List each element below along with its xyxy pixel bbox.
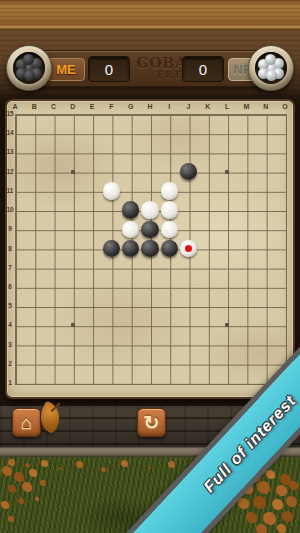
col-label: H xyxy=(144,103,156,111)
row-label: 4 xyxy=(6,321,14,329)
star-point xyxy=(71,323,75,327)
player-me-label: ME xyxy=(56,62,76,77)
row-label: 10 xyxy=(6,206,14,214)
stone-black-H8 xyxy=(141,240,159,258)
row-label: 6 xyxy=(6,283,14,291)
row-label: 7 xyxy=(6,264,14,272)
star-point xyxy=(71,170,75,174)
gobang-board[interactable]: ABCDEFGHIJKLMNO151413121110987654321 xyxy=(5,99,295,399)
col-label: D xyxy=(67,103,79,111)
white-stone-bowl xyxy=(248,45,294,91)
col-label: N xyxy=(260,103,272,111)
stone-black-H9 xyxy=(141,221,159,239)
stone-white-H10 xyxy=(141,201,159,219)
scoreboard: ME 0 GOBANG FREE 0 NPC xyxy=(24,50,276,87)
col-label: I xyxy=(163,103,175,111)
row-label: 11 xyxy=(6,187,14,195)
black-stone-bowl xyxy=(6,45,52,91)
bowl-inner xyxy=(13,52,45,84)
col-label: O xyxy=(279,103,291,111)
leaves-strip xyxy=(8,459,15,466)
col-label: E xyxy=(86,103,98,111)
home-icon: ⌂ xyxy=(21,413,32,432)
white-bowl-stone xyxy=(266,70,277,81)
leaves-cluster-left xyxy=(2,466,12,476)
bowl-inner xyxy=(255,52,287,84)
npc-score-value: 0 xyxy=(199,61,207,78)
player-me-score: 0 xyxy=(88,56,130,82)
row-label: 3 xyxy=(6,341,14,349)
me-score-value: 0 xyxy=(105,61,113,78)
star-point xyxy=(225,170,229,174)
row-label: 2 xyxy=(6,360,14,368)
row-label: 14 xyxy=(6,129,14,137)
white-bowl-stone xyxy=(265,54,276,65)
stone-white-I9 xyxy=(161,221,179,239)
col-label: L xyxy=(221,103,233,111)
row-label: 13 xyxy=(6,148,14,156)
home-button[interactable]: ⌂ xyxy=(12,408,41,437)
col-label: B xyxy=(28,103,40,111)
black-bowl-stone xyxy=(24,70,35,81)
refresh-icon: ↻ xyxy=(144,413,160,432)
player-me-plate: ME xyxy=(47,58,85,81)
row-label: 9 xyxy=(6,225,14,233)
star-point xyxy=(225,323,229,327)
row-label: 8 xyxy=(6,245,14,253)
row-label: 15 xyxy=(6,110,14,118)
stone-white-F11 xyxy=(103,182,121,200)
stone-white-I11 xyxy=(161,182,179,200)
player-npc-score: 0 xyxy=(182,56,224,82)
row-label: 12 xyxy=(6,168,14,176)
col-label: C xyxy=(48,103,60,111)
col-label: J xyxy=(183,103,195,111)
top-wood-plank xyxy=(0,0,300,30)
col-label: F xyxy=(105,103,117,111)
col-label: G xyxy=(125,103,137,111)
stone-white-I10 xyxy=(161,201,179,219)
last-move-marker xyxy=(185,245,192,252)
restart-button[interactable]: ↻ xyxy=(137,408,166,437)
row-label: 5 xyxy=(6,302,14,310)
col-label: M xyxy=(240,103,252,111)
col-label: K xyxy=(202,103,214,111)
row-label: 1 xyxy=(6,379,14,387)
black-bowl-stone xyxy=(23,54,34,65)
